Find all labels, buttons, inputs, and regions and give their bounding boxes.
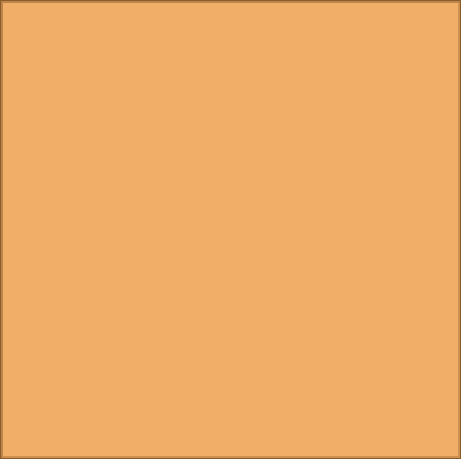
board-frame [0, 0, 461, 459]
go-board-diagram [0, 0, 461, 459]
